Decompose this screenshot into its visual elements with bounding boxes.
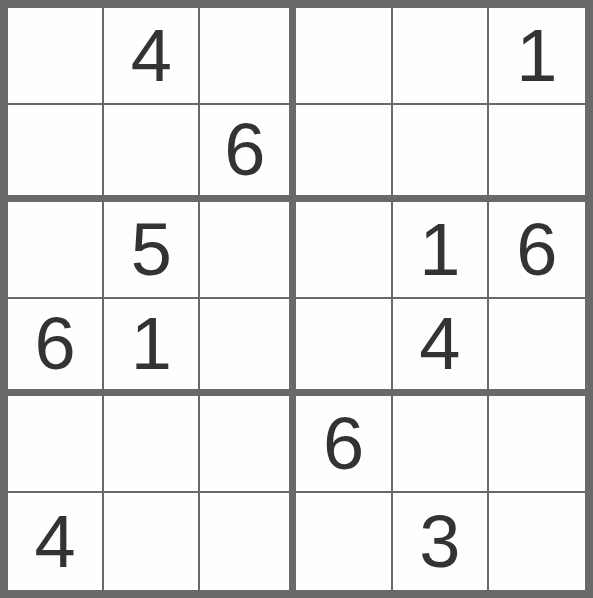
sudoku-board: 4 1 6 5 1 6 6 1 4 6 4 3 [0,0,593,598]
cell-r5c6[interactable] [489,396,585,493]
cell-r1c3[interactable] [200,8,296,105]
cell-r3c5[interactable]: 1 [393,202,489,299]
cell-r6c2[interactable] [104,493,200,590]
cell-r5c4[interactable]: 6 [296,396,392,493]
cell-r3c4[interactable] [296,202,392,299]
cell-r1c2[interactable]: 4 [104,8,200,105]
cell-r1c5[interactable] [393,8,489,105]
cell-r3c6[interactable]: 6 [489,202,585,299]
cell-r2c5[interactable] [393,105,489,202]
cell-r6c5[interactable]: 3 [393,493,489,590]
cell-r5c5[interactable] [393,396,489,493]
cell-r2c2[interactable] [104,105,200,202]
cell-r4c4[interactable] [296,299,392,396]
cell-r1c1[interactable] [8,8,104,105]
cell-r4c1[interactable]: 6 [8,299,104,396]
cell-r4c2[interactable]: 1 [104,299,200,396]
cell-r3c2[interactable]: 5 [104,202,200,299]
cell-r6c6[interactable] [489,493,585,590]
cell-r4c5[interactable]: 4 [393,299,489,396]
cell-r6c4[interactable] [296,493,392,590]
cell-r2c6[interactable] [489,105,585,202]
cell-r3c3[interactable] [200,202,296,299]
cell-r5c2[interactable] [104,396,200,493]
cell-r1c6[interactable]: 1 [489,8,585,105]
cell-r1c4[interactable] [296,8,392,105]
cell-r6c1[interactable]: 4 [8,493,104,590]
cell-r2c4[interactable] [296,105,392,202]
cell-r6c3[interactable] [200,493,296,590]
cell-r2c3[interactable]: 6 [200,105,296,202]
cell-r4c3[interactable] [200,299,296,396]
cell-r5c3[interactable] [200,396,296,493]
cell-r2c1[interactable] [8,105,104,202]
cell-r4c6[interactable] [489,299,585,396]
cell-r5c1[interactable] [8,396,104,493]
cell-r3c1[interactable] [8,202,104,299]
